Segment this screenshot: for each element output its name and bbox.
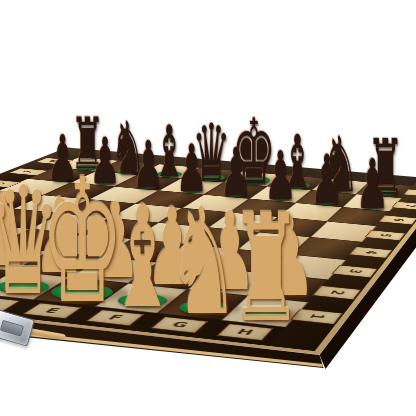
chess-set-photo: ABCDEFGH1122334455667788 ♜♞♝♟♛♚♟♝♟♞♟♜♟♟♟…	[0, 0, 416, 416]
piece-white-rook-h1[interactable]: ♜	[225, 195, 307, 343]
pieces-layer: ♜♞♝♟♛♚♟♝♟♞♟♜♟♟♟♟♟♟♟♟♜♟♞♟♝♟♛♟♚♝♞♜	[0, 0, 416, 416]
piece-black-pawn-h7[interactable]: ♟	[354, 150, 392, 219]
